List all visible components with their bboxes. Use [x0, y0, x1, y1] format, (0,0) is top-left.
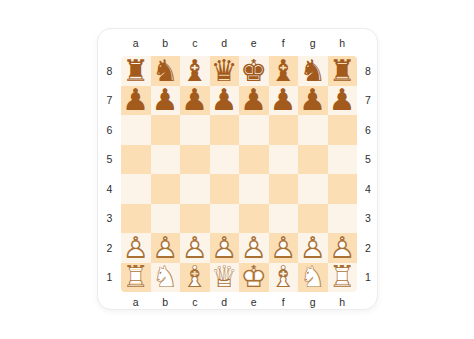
- white-bishop[interactable]: ♝♗: [269, 263, 299, 293]
- file-label-top-h: h: [328, 29, 358, 56]
- square-e5[interactable]: [239, 145, 269, 175]
- white-pawn[interactable]: ♟♙: [298, 233, 328, 263]
- rank-label-left-1: 1: [98, 263, 121, 293]
- square-e4[interactable]: [239, 174, 269, 204]
- black-pawn[interactable]: ♟: [180, 86, 210, 116]
- black-pawn[interactable]: ♟: [151, 86, 181, 116]
- square-b6[interactable]: [151, 115, 181, 145]
- square-f4[interactable]: [269, 174, 299, 204]
- square-h3[interactable]: [328, 204, 358, 234]
- square-g6[interactable]: [298, 115, 328, 145]
- square-g8[interactable]: ♞: [298, 56, 328, 86]
- file-label-top-a: a: [121, 29, 151, 56]
- file-label-bottom-e: e: [239, 292, 269, 311]
- square-d2[interactable]: ♟♙: [210, 233, 240, 263]
- file-labels-bottom: abcdefgh: [121, 292, 357, 311]
- rank-label-right-4: 4: [357, 174, 379, 204]
- square-g7[interactable]: ♟: [298, 86, 328, 116]
- black-queen[interactable]: ♛: [210, 56, 240, 86]
- square-e6[interactable]: [239, 115, 269, 145]
- square-e7[interactable]: ♟: [239, 86, 269, 116]
- square-f1[interactable]: ♝♗: [269, 263, 299, 293]
- black-king[interactable]: ♚: [239, 56, 269, 86]
- square-c7[interactable]: ♟: [180, 86, 210, 116]
- rank-labels-right: 87654321: [357, 56, 379, 292]
- square-d4[interactable]: [210, 174, 240, 204]
- square-e8[interactable]: ♚: [239, 56, 269, 86]
- square-b1[interactable]: ♞♘: [151, 263, 181, 293]
- square-e2[interactable]: ♟♙: [239, 233, 269, 263]
- rank-label-left-4: 4: [98, 174, 121, 204]
- white-pawn[interactable]: ♟♙: [210, 233, 240, 263]
- white-king[interactable]: ♚♔: [239, 263, 269, 293]
- black-rook[interactable]: ♜: [328, 56, 358, 86]
- file-label-bottom-h: h: [328, 292, 358, 311]
- square-b2[interactable]: ♟♙: [151, 233, 181, 263]
- square-h2[interactable]: ♟♙: [328, 233, 358, 263]
- black-pawn[interactable]: ♟: [298, 86, 328, 116]
- rank-label-right-1: 1: [357, 263, 379, 293]
- white-pawn[interactable]: ♟♙: [151, 233, 181, 263]
- square-d5[interactable]: [210, 145, 240, 175]
- file-label-bottom-f: f: [269, 292, 299, 311]
- square-e3[interactable]: [239, 204, 269, 234]
- square-h7[interactable]: ♟: [328, 86, 358, 116]
- file-label-bottom-c: c: [180, 292, 210, 311]
- square-d6[interactable]: [210, 115, 240, 145]
- black-bishop[interactable]: ♝: [180, 56, 210, 86]
- rank-label-right-5: 5: [357, 145, 379, 175]
- black-pawn[interactable]: ♟: [121, 86, 151, 116]
- square-a3[interactable]: [121, 204, 151, 234]
- white-pawn[interactable]: ♟♙: [180, 233, 210, 263]
- file-label-bottom-a: a: [121, 292, 151, 311]
- square-h5[interactable]: [328, 145, 358, 175]
- square-a8[interactable]: ♜: [121, 56, 151, 86]
- white-pawn[interactable]: ♟♙: [328, 233, 358, 263]
- square-c8[interactable]: ♝: [180, 56, 210, 86]
- file-labels-top: abcdefgh: [121, 29, 357, 56]
- square-b3[interactable]: [151, 204, 181, 234]
- black-rook[interactable]: ♜: [121, 56, 151, 86]
- chess-board-card: abcdefgh 87654321 ♜♞♝♛♚♝♞♜♟♟♟♟♟♟♟♟♟♙♟♙♟♙…: [97, 28, 378, 310]
- rank-label-left-5: 5: [98, 145, 121, 175]
- white-queen[interactable]: ♛♕: [210, 263, 240, 293]
- square-g5[interactable]: [298, 145, 328, 175]
- file-label-top-d: d: [210, 29, 240, 56]
- rank-labels-left: 87654321: [98, 56, 121, 292]
- square-f5[interactable]: [269, 145, 299, 175]
- black-pawn[interactable]: ♟: [239, 86, 269, 116]
- square-a5[interactable]: [121, 145, 151, 175]
- square-d1[interactable]: ♛♕: [210, 263, 240, 293]
- square-c4[interactable]: [180, 174, 210, 204]
- file-label-top-b: b: [151, 29, 181, 56]
- chess-board: ♜♞♝♛♚♝♞♜♟♟♟♟♟♟♟♟♟♙♟♙♟♙♟♙♟♙♟♙♟♙♟♙♜♖♞♘♝♗♛♕…: [121, 56, 357, 292]
- square-h4[interactable]: [328, 174, 358, 204]
- square-c6[interactable]: [180, 115, 210, 145]
- square-h8[interactable]: ♜: [328, 56, 358, 86]
- square-f2[interactable]: ♟♙: [269, 233, 299, 263]
- square-f8[interactable]: ♝: [269, 56, 299, 86]
- rank-label-right-7: 7: [357, 86, 379, 116]
- white-rook[interactable]: ♜♖: [328, 263, 358, 293]
- file-label-top-e: e: [239, 29, 269, 56]
- black-bishop[interactable]: ♝: [269, 56, 299, 86]
- file-label-bottom-d: d: [210, 292, 240, 311]
- black-pawn[interactable]: ♟: [269, 86, 299, 116]
- square-a2[interactable]: ♟♙: [121, 233, 151, 263]
- square-c5[interactable]: [180, 145, 210, 175]
- white-knight[interactable]: ♞♘: [298, 263, 328, 293]
- square-g4[interactable]: [298, 174, 328, 204]
- square-c3[interactable]: [180, 204, 210, 234]
- square-b4[interactable]: [151, 174, 181, 204]
- square-c2[interactable]: ♟♙: [180, 233, 210, 263]
- rank-label-left-8: 8: [98, 56, 121, 86]
- square-d7[interactable]: ♟: [210, 86, 240, 116]
- white-pawn[interactable]: ♟♙: [121, 233, 151, 263]
- square-d3[interactable]: [210, 204, 240, 234]
- square-f7[interactable]: ♟: [269, 86, 299, 116]
- white-pawn[interactable]: ♟♙: [239, 233, 269, 263]
- file-label-bottom-g: g: [298, 292, 328, 311]
- file-label-top-c: c: [180, 29, 210, 56]
- square-e1[interactable]: ♚♔: [239, 263, 269, 293]
- rank-label-left-3: 3: [98, 204, 121, 234]
- black-knight[interactable]: ♞: [151, 56, 181, 86]
- square-g1[interactable]: ♞♘: [298, 263, 328, 293]
- rank-label-left-7: 7: [98, 86, 121, 116]
- square-h6[interactable]: [328, 115, 358, 145]
- white-knight[interactable]: ♞♘: [151, 263, 181, 293]
- white-bishop[interactable]: ♝♗: [180, 263, 210, 293]
- black-knight[interactable]: ♞: [298, 56, 328, 86]
- square-h1[interactable]: ♜♖: [328, 263, 358, 293]
- file-label-top-g: g: [298, 29, 328, 56]
- square-g3[interactable]: [298, 204, 328, 234]
- square-b8[interactable]: ♞: [151, 56, 181, 86]
- rank-label-right-2: 2: [357, 233, 379, 263]
- white-pawn[interactable]: ♟♙: [269, 233, 299, 263]
- square-a1[interactable]: ♜♖: [121, 263, 151, 293]
- square-f3[interactable]: [269, 204, 299, 234]
- square-a7[interactable]: ♟: [121, 86, 151, 116]
- square-c1[interactable]: ♝♗: [180, 263, 210, 293]
- rank-label-right-6: 6: [357, 115, 379, 145]
- square-d8[interactable]: ♛: [210, 56, 240, 86]
- rank-label-left-2: 2: [98, 233, 121, 263]
- black-pawn[interactable]: ♟: [328, 86, 358, 116]
- rank-label-right-3: 3: [357, 204, 379, 234]
- square-b5[interactable]: [151, 145, 181, 175]
- black-pawn[interactable]: ♟: [210, 86, 240, 116]
- square-a4[interactable]: [121, 174, 151, 204]
- square-f6[interactable]: [269, 115, 299, 145]
- square-a6[interactable]: [121, 115, 151, 145]
- white-rook[interactable]: ♜♖: [121, 263, 151, 293]
- square-b7[interactable]: ♟: [151, 86, 181, 116]
- square-g2[interactable]: ♟♙: [298, 233, 328, 263]
- file-label-top-f: f: [269, 29, 299, 56]
- rank-label-left-6: 6: [98, 115, 121, 145]
- file-label-bottom-b: b: [151, 292, 181, 311]
- rank-label-right-8: 8: [357, 56, 379, 86]
